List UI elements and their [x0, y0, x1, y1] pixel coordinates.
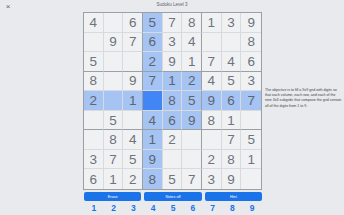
- cell-r6c9[interactable]: [241, 111, 261, 131]
- cell-r8c7[interactable]: 2: [202, 150, 222, 170]
- cell-r7c3[interactable]: 4: [123, 130, 143, 150]
- cell-r5c8[interactable]: 6: [222, 91, 242, 111]
- numpad-key-2[interactable]: 2: [104, 202, 124, 213]
- numpad-key-8[interactable]: 8: [222, 202, 242, 213]
- cell-r6c7[interactable]: 8: [202, 111, 222, 131]
- notes-off-button[interactable]: Notes off: [144, 192, 201, 201]
- cell-r7c1[interactable]: [84, 130, 104, 150]
- cell-r3c9[interactable]: 6: [241, 52, 261, 72]
- cell-r5c1[interactable]: 2: [84, 91, 104, 111]
- numpad-key-3[interactable]: 3: [124, 202, 144, 213]
- cell-r8c3[interactable]: 5: [123, 150, 143, 170]
- cell-r7c5[interactable]: 2: [163, 130, 183, 150]
- cell-r9c5[interactable]: 5: [163, 169, 183, 189]
- cell-r8c8[interactable]: 8: [222, 150, 242, 170]
- cell-r1c8[interactable]: 3: [222, 13, 242, 33]
- cell-r3c1[interactable]: 5: [84, 52, 104, 72]
- cell-r7c4[interactable]: 1: [143, 130, 163, 150]
- cell-r1c3[interactable]: 6: [123, 13, 143, 33]
- cell-r2c4[interactable]: 6: [143, 33, 163, 53]
- cell-r2c1[interactable]: [84, 33, 104, 53]
- cell-r8c4[interactable]: 9: [143, 150, 163, 170]
- cell-r6c4[interactable]: 4: [143, 111, 163, 131]
- cell-r3c4[interactable]: 2: [143, 52, 163, 72]
- cell-r9c1[interactable]: 6: [84, 169, 104, 189]
- sudoku-app: × Sudoku Level 3 46578139976348529174689…: [0, 0, 344, 215]
- cell-r2c2[interactable]: 9: [104, 33, 124, 53]
- cell-r1c4[interactable]: 5: [143, 13, 163, 33]
- cell-r6c2[interactable]: 5: [104, 111, 124, 131]
- cell-r6c5[interactable]: 6: [163, 111, 183, 131]
- cell-r7c9[interactable]: 5: [241, 130, 261, 150]
- numpad-key-5[interactable]: 5: [163, 202, 183, 213]
- cell-r5c4[interactable]: [143, 91, 163, 111]
- cell-r7c8[interactable]: 7: [222, 130, 242, 150]
- cell-r6c1[interactable]: [84, 111, 104, 131]
- cell-r7c2[interactable]: 8: [104, 130, 124, 150]
- cell-r8c2[interactable]: 7: [104, 150, 124, 170]
- cell-r4c9[interactable]: 3: [241, 72, 261, 92]
- cell-r5c6[interactable]: 5: [182, 91, 202, 111]
- cell-r1c2[interactable]: [104, 13, 124, 33]
- cell-r5c5[interactable]: 8: [163, 91, 183, 111]
- action-buttons: EraseNotes offHint: [84, 192, 262, 201]
- numpad-key-7[interactable]: 7: [203, 202, 223, 213]
- cell-r5c3[interactable]: 1: [123, 91, 143, 111]
- cell-r6c3[interactable]: [123, 111, 143, 131]
- objective-text: The objective is to fill a 9x9 grid with…: [265, 88, 342, 109]
- cell-r9c4[interactable]: 8: [143, 169, 163, 189]
- cell-r3c3[interactable]: [123, 52, 143, 72]
- cell-r5c7[interactable]: 9: [202, 91, 222, 111]
- cell-r3c7[interactable]: 7: [202, 52, 222, 72]
- cell-r4c8[interactable]: 5: [222, 72, 242, 92]
- cell-r1c1[interactable]: 4: [84, 13, 104, 33]
- cell-r6c6[interactable]: 9: [182, 111, 202, 131]
- numpad-key-4[interactable]: 4: [143, 202, 163, 213]
- sudoku-board: 4657813997634852917468971245321859675469…: [83, 12, 262, 190]
- numpad: 123456789: [84, 202, 262, 213]
- cell-r9c8[interactable]: 9: [222, 169, 242, 189]
- cell-r8c6[interactable]: [182, 150, 202, 170]
- cell-r7c7[interactable]: [202, 130, 222, 150]
- cell-r2c8[interactable]: [222, 33, 242, 53]
- cell-r6c8[interactable]: 1: [222, 111, 242, 131]
- hint-button[interactable]: Hint: [205, 192, 262, 201]
- cell-r3c2[interactable]: [104, 52, 124, 72]
- cell-r8c1[interactable]: 3: [84, 150, 104, 170]
- cell-r9c2[interactable]: 1: [104, 169, 124, 189]
- cell-r4c2[interactable]: [104, 72, 124, 92]
- cell-r2c7[interactable]: [202, 33, 222, 53]
- page-title: Sudoku Level 3: [0, 2, 344, 7]
- cell-r9c3[interactable]: 2: [123, 169, 143, 189]
- cell-r3c5[interactable]: 9: [163, 52, 183, 72]
- cell-r2c6[interactable]: 4: [182, 33, 202, 53]
- cell-r1c5[interactable]: 7: [163, 13, 183, 33]
- cell-r2c5[interactable]: 3: [163, 33, 183, 53]
- erase-button[interactable]: Erase: [84, 192, 141, 201]
- cell-r8c9[interactable]: 1: [241, 150, 261, 170]
- numpad-key-9[interactable]: 9: [242, 202, 262, 213]
- cell-r4c6[interactable]: 2: [182, 72, 202, 92]
- cell-r4c3[interactable]: 9: [123, 72, 143, 92]
- numpad-key-1[interactable]: 1: [84, 202, 104, 213]
- cell-r9c7[interactable]: 3: [202, 169, 222, 189]
- cell-r4c7[interactable]: 4: [202, 72, 222, 92]
- cell-r9c6[interactable]: 7: [182, 169, 202, 189]
- cell-r7c6[interactable]: [182, 130, 202, 150]
- cell-r2c3[interactable]: 7: [123, 33, 143, 53]
- cell-r9c9[interactable]: [241, 169, 261, 189]
- cell-r1c9[interactable]: 9: [241, 13, 261, 33]
- numpad-key-6[interactable]: 6: [183, 202, 203, 213]
- cell-r4c4[interactable]: 7: [143, 72, 163, 92]
- cell-r1c6[interactable]: 8: [182, 13, 202, 33]
- cell-r8c5[interactable]: [163, 150, 183, 170]
- cell-r3c8[interactable]: 4: [222, 52, 242, 72]
- cell-r5c9[interactable]: 7: [241, 91, 261, 111]
- cell-r4c5[interactable]: 1: [163, 72, 183, 92]
- cell-r3c6[interactable]: 1: [182, 52, 202, 72]
- cell-r5c2[interactable]: [104, 91, 124, 111]
- cell-r2c9[interactable]: 8: [241, 33, 261, 53]
- cell-r1c7[interactable]: 1: [202, 13, 222, 33]
- cell-r4c1[interactable]: 8: [84, 72, 104, 92]
